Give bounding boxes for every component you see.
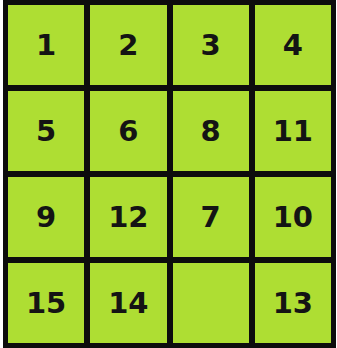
tile-13[interactable]: 13: [255, 263, 331, 343]
tile-11[interactable]: 11: [255, 91, 331, 171]
tile-3[interactable]: 3: [173, 5, 249, 85]
tile-1[interactable]: 1: [8, 5, 84, 85]
tile-4[interactable]: 4: [255, 5, 331, 85]
tile-6[interactable]: 6: [90, 91, 166, 171]
tile-2[interactable]: 2: [90, 5, 166, 85]
tile-7[interactable]: 7: [173, 177, 249, 257]
empty-cell: [173, 263, 249, 343]
tile-9[interactable]: 9: [8, 177, 84, 257]
tile-15[interactable]: 15: [8, 263, 84, 343]
tile-10[interactable]: 10: [255, 177, 331, 257]
tile-5[interactable]: 5: [8, 91, 84, 171]
fifteen-puzzle-screenshot: 1 2 3 4 5 6 8 11 9 12 7 10 15 14 13: [0, 0, 337, 348]
tile-12[interactable]: 12: [90, 177, 166, 257]
puzzle-board: 1 2 3 4 5 6 8 11 9 12 7 10 15 14 13: [3, 0, 336, 348]
tile-14[interactable]: 14: [90, 263, 166, 343]
tile-8[interactable]: 8: [173, 91, 249, 171]
